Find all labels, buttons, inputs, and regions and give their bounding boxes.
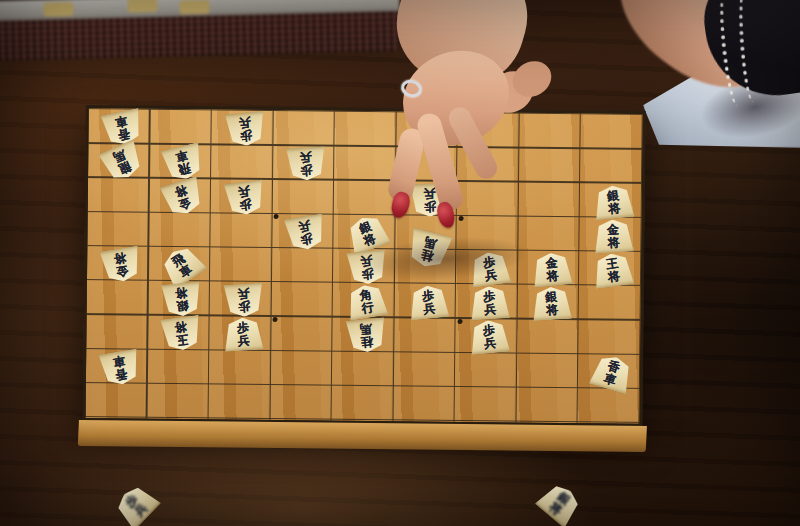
piece-kanji: 銀将 [544, 284, 558, 321]
shogi-photo-scene: 香車歩兵龍馬飛車歩兵金将歩兵歩兵銀将歩兵銀将桂馬金将金将飛車歩兵歩兵金将王将銀将… [0, 0, 800, 526]
hand-knuckle [506, 54, 558, 103]
tray-piece-blurred [43, 2, 73, 17]
piece-tray-front [0, 11, 399, 61]
piece-pawn-sente[interactable]: 歩兵 [110, 480, 162, 526]
piece-silver-sente[interactable]: 銀将 [534, 478, 586, 526]
piece-kanji: 歩兵 [482, 317, 497, 354]
tray-piece-blurred [127, 0, 157, 13]
piece-kanji: 歩兵 [237, 181, 254, 218]
star-point [273, 317, 278, 322]
star-point [458, 319, 463, 324]
piece-kanji: 歩兵 [236, 315, 250, 352]
star-point [274, 214, 279, 219]
silver-ring [399, 77, 424, 100]
player-forearm [383, 0, 541, 99]
piece-kanji: 銀将 [545, 485, 577, 520]
piece-kanji: 歩兵 [483, 283, 497, 320]
tray-piece-blurred [179, 0, 209, 14]
star-point [459, 216, 464, 221]
piece-tray [0, 0, 401, 63]
piece-kanji: 歩兵 [118, 488, 152, 522]
piece-kanji: 歩兵 [423, 183, 436, 219]
board-front-edge [78, 420, 647, 452]
